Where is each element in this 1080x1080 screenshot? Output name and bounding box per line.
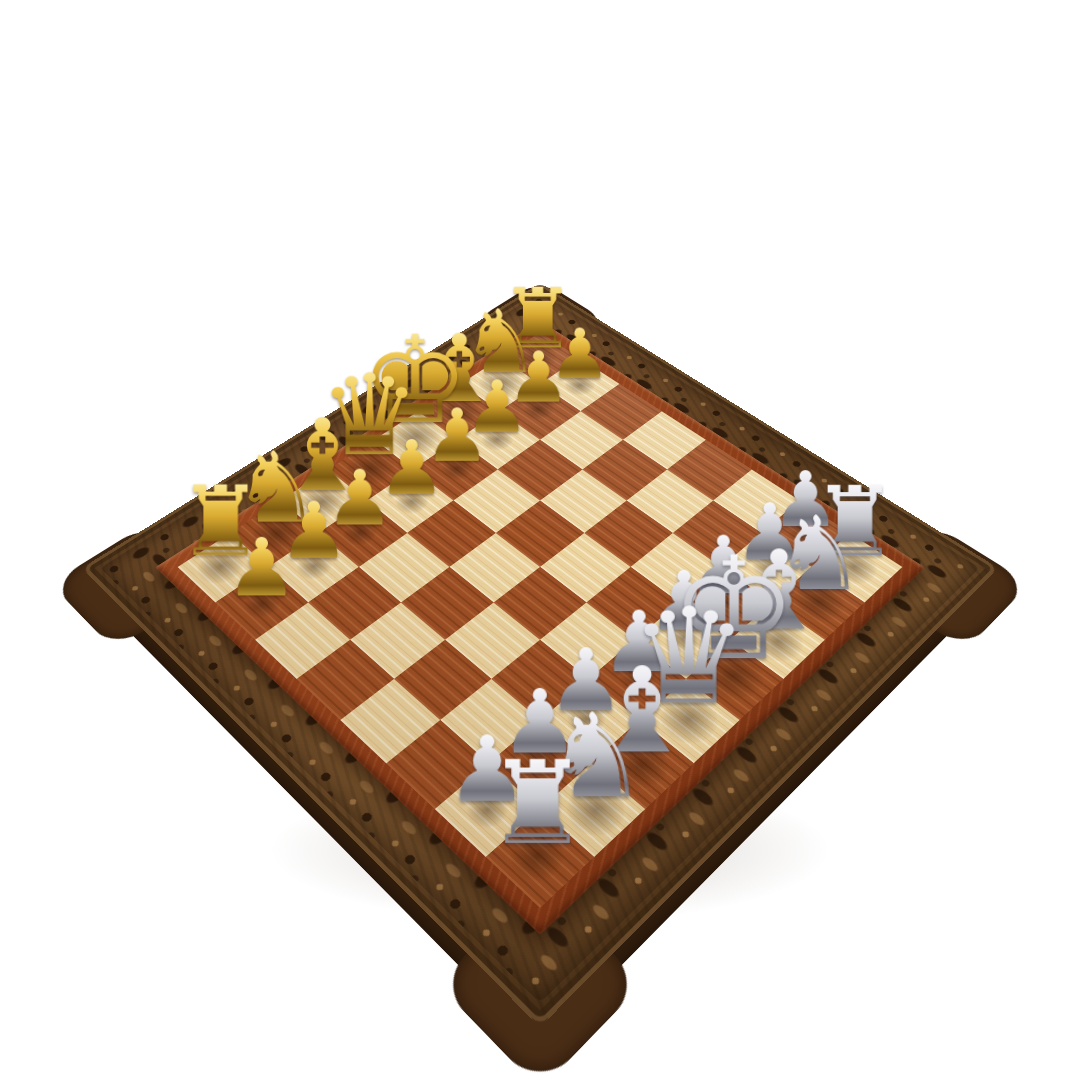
page-canvas: ♜♟♟♜♞♟♟♞♝♟♟♝♚♟♟♚♛♟♟♛♝♟♟♝♞♟♟♞♜♟♟♜: [0, 0, 1080, 1080]
board-plate: ♜♟♟♜♞♟♟♞♝♟♟♝♚♟♟♚♛♟♟♛♝♟♟♝♞♟♟♞♜♟♟♜: [155, 321, 925, 935]
board-grid: ♜♟♟♜♞♟♟♞♝♟♟♝♚♟♟♚♛♟♟♛♝♟♟♝♞♟♟♞♜♟♟♜: [178, 332, 903, 907]
chessboard-scene: ♜♟♟♜♞♟♟♞♝♟♟♝♚♟♟♚♛♟♟♛♝♟♟♝♞♟♟♞♜♟♟♜: [0, 0, 1080, 1080]
square-a1[interactable]: ♜: [486, 809, 594, 908]
board-assembly: ♜♟♟♜♞♟♟♞♝♟♟♝♚♟♟♚♛♟♟♛♝♟♟♝♞♟♟♞♜♟♟♜: [82, 283, 998, 1027]
rook-glyph: ♜: [448, 746, 627, 861]
pawn-glyph: ♟: [185, 528, 339, 608]
